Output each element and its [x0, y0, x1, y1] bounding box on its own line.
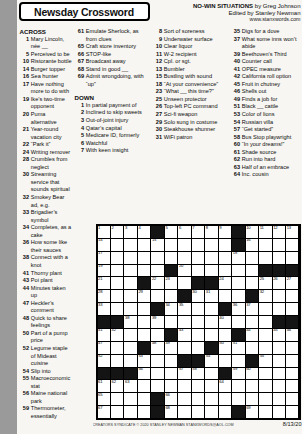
cell-number: 49	[165, 341, 169, 346]
cell-r1c1[interactable]: 1	[98, 226, 110, 238]
cell-r7c6[interactable]: 34	[165, 303, 177, 315]
cell-number: 38	[125, 316, 129, 321]
cell-r11c15[interactable]	[286, 355, 298, 367]
cell-r15c4[interactable]	[138, 406, 150, 418]
cell-r2c13[interactable]	[259, 239, 271, 251]
cell-r13c7[interactable]	[178, 380, 190, 392]
cell-r11c4[interactable]: 53	[138, 355, 150, 367]
cell-r14c2[interactable]	[111, 393, 123, 405]
cell-r15c2[interactable]	[111, 406, 123, 418]
cell-r4c1[interactable]: 19	[98, 265, 110, 277]
cell-r9c4[interactable]	[138, 329, 150, 341]
cell-number: 23	[165, 277, 169, 282]
cell-r2c4[interactable]	[138, 239, 150, 251]
clue-text: Cpl. or sgt.	[164, 58, 228, 66]
clue-text: Poi plant	[31, 277, 73, 285]
cell-r5c10[interactable]: 24	[219, 277, 231, 289]
clue-text: Bumbler	[164, 66, 228, 74]
cell-number: 9	[219, 226, 221, 231]
cell-r5c2[interactable]	[111, 277, 123, 289]
clue-across-19: 19Ike’s two-time opponent	[20, 96, 73, 111]
cell-r11c14[interactable]	[273, 355, 285, 367]
block-r4c15	[286, 265, 298, 277]
clue-number: 11	[153, 51, 164, 59]
clue-number: 22	[20, 141, 31, 149]
cell-r5c3[interactable]	[124, 277, 136, 289]
clue-text: Quick to share feelings	[31, 315, 73, 330]
clue-number: 58	[231, 134, 242, 142]
cell-number: 1	[98, 226, 100, 231]
cell-r1c10[interactable]: 9	[219, 226, 231, 238]
cell-r2c2[interactable]	[111, 239, 123, 251]
cell-r2c12[interactable]: 16	[246, 239, 258, 251]
cell-r3c5[interactable]	[151, 252, 163, 264]
cell-r3c1[interactable]: 17	[98, 252, 110, 264]
cell-r2c6[interactable]	[165, 239, 177, 251]
cell-r14c6[interactable]: 66	[165, 393, 177, 405]
clue-down-4: 4Qatar’s capital	[75, 125, 150, 133]
cell-r7c2[interactable]	[111, 303, 123, 315]
masthead: Newsday Crossword	[19, 2, 150, 21]
cell-r8c10[interactable]: 40	[219, 316, 231, 328]
cell-r3c6[interactable]	[165, 252, 177, 264]
cell-r10c8[interactable]	[192, 342, 204, 354]
cell-r14c14[interactable]	[273, 393, 285, 405]
cell-r13c13[interactable]	[259, 380, 271, 392]
clue-number: 69	[75, 73, 86, 88]
clue-number: 67	[75, 58, 86, 66]
cell-r6c9[interactable]: 31	[205, 290, 217, 302]
clue-number: 10	[20, 58, 31, 66]
clue-number: 19	[20, 96, 31, 111]
clue-number: 3	[75, 117, 86, 125]
block-r12c10	[219, 368, 231, 380]
cell-r5c13[interactable]: 25	[259, 277, 271, 289]
clue-number: 41	[20, 270, 31, 278]
cell-number: 64	[219, 380, 223, 385]
cell-r5c15[interactable]: 27	[286, 277, 298, 289]
cell-r13c15[interactable]	[286, 380, 298, 392]
cell-r9c5[interactable]	[151, 329, 163, 341]
clue-text: Crumbles from neglect	[31, 156, 73, 171]
cell-r13c11[interactable]	[232, 380, 244, 392]
cell-r9c2[interactable]: 42	[111, 329, 123, 341]
cell-r14c12[interactable]	[246, 393, 258, 405]
clue-text: Sort of soreness	[164, 28, 228, 36]
cell-r1c6[interactable]: 5	[165, 226, 177, 238]
cell-r1c13[interactable]: 11	[259, 226, 271, 238]
cell-r1c7[interactable]: 6	[178, 226, 190, 238]
cell-r8c3[interactable]: 38	[124, 316, 136, 328]
cell-number: 42	[112, 328, 116, 333]
cell-r3c11[interactable]: 18	[232, 252, 244, 264]
cell-r15c12[interactable]: 69	[246, 406, 258, 418]
clue-number: 59	[20, 405, 31, 420]
clue-text: Sci-fi weapon	[164, 111, 228, 119]
cell-r6c14[interactable]	[273, 290, 285, 302]
clue-text: “What __ this time?”	[164, 88, 228, 96]
clue-number: 30	[153, 126, 164, 134]
cell-r13c1[interactable]: 61	[98, 380, 110, 392]
block-r8c14	[273, 316, 285, 328]
cell-r9c3[interactable]	[124, 329, 136, 341]
cell-r2c1[interactable]: 14	[98, 239, 110, 251]
cell-number: 18	[233, 251, 237, 256]
cell-r6c10[interactable]	[219, 290, 231, 302]
cell-r5c11[interactable]	[232, 277, 244, 289]
block-r5c9	[205, 277, 217, 289]
clue-number: 26	[153, 103, 164, 111]
cell-number: 50	[219, 341, 223, 346]
cell-r12c7[interactable]: 57	[178, 368, 190, 380]
cell-r15c7[interactable]	[178, 406, 190, 418]
cell-r15c10[interactable]	[219, 406, 231, 418]
cell-r5c5[interactable]: 22	[151, 277, 163, 289]
cell-r3c9[interactable]	[205, 252, 217, 264]
cell-r14c11[interactable]	[232, 393, 244, 405]
cell-number: 8	[206, 226, 208, 231]
clue-text: Ristorante bottle	[31, 58, 73, 66]
clue-down-40: 40Counter call	[231, 58, 302, 66]
cell-r11c10[interactable]	[219, 355, 231, 367]
cell-r4c7[interactable]: 20	[178, 265, 190, 277]
cell-r10c5[interactable]: 48	[151, 342, 163, 354]
block-r11c8	[192, 355, 204, 367]
cell-r2c15[interactable]	[286, 239, 298, 251]
cell-r6c1[interactable]: 28	[98, 290, 110, 302]
clue-number: 68	[75, 66, 86, 74]
clue-column-4: 35Digs for a dove37What some inns won’t …	[231, 28, 302, 179]
cell-r11c3[interactable]	[124, 355, 136, 367]
clue-number: 41	[231, 66, 242, 74]
cell-r8c7[interactable]	[178, 316, 190, 328]
cell-number: 14	[98, 238, 102, 243]
clue-number: 18	[153, 81, 164, 89]
cell-r8c5[interactable]: 39	[151, 316, 163, 328]
cell-r5c7[interactable]	[178, 277, 190, 289]
clue-text: Unseen protector	[164, 96, 228, 104]
block-r9c6	[165, 329, 177, 341]
cell-r8c8[interactable]	[192, 316, 204, 328]
cell-r15c8[interactable]	[192, 406, 204, 418]
cell-number: 30	[192, 290, 196, 295]
cell-r13c4[interactable]	[138, 380, 150, 392]
clue-down-26: 26Top-left PC command	[153, 103, 228, 111]
cell-r12c12[interactable]: 60	[246, 368, 258, 380]
cell-number: 39	[152, 316, 156, 321]
clue-number: 2	[75, 109, 86, 117]
cell-r12c15[interactable]	[286, 368, 298, 380]
cell-r6c13[interactable]: 32	[259, 290, 271, 302]
cell-r13c6[interactable]	[165, 380, 177, 392]
cell-r8c12[interactable]	[246, 316, 258, 328]
cell-r3c13[interactable]	[259, 252, 271, 264]
cell-r12c14[interactable]	[273, 368, 285, 380]
cell-r2c7[interactable]	[178, 239, 190, 251]
cell-r4c10[interactable]	[219, 265, 231, 277]
cell-r15c1[interactable]: 67	[98, 406, 110, 418]
cell-r14c4[interactable]	[138, 393, 150, 405]
cell-r3c7[interactable]	[178, 252, 190, 264]
cell-r7c11[interactable]: 36	[232, 303, 244, 315]
cell-r12c5[interactable]	[151, 368, 163, 380]
cell-r7c12[interactable]: 37	[246, 303, 258, 315]
clue-down-11: 11W-2 recipient	[153, 51, 228, 59]
clue-text: Heckler’s comment	[31, 300, 73, 315]
clue-number: 61	[75, 28, 86, 43]
cell-r7c7[interactable]: 35	[178, 303, 190, 315]
clue-text: Fruit in chutney	[242, 81, 302, 89]
cell-number: 3	[125, 226, 127, 231]
cell-r13c5[interactable]	[151, 380, 163, 392]
clue-number: 53	[231, 111, 242, 119]
clue-across-34: 34Completes, as a cake	[20, 224, 73, 239]
cell-r8c13[interactable]	[259, 316, 271, 328]
cell-r6c11[interactable]	[232, 290, 244, 302]
cell-r12c9[interactable]	[205, 368, 217, 380]
clue-column-3: 8Sort of soreness9Underwater surface10Cl…	[153, 28, 228, 141]
block-r7c10	[219, 303, 231, 315]
cell-r7c8[interactable]	[192, 303, 204, 315]
cell-r2c10[interactable]	[219, 239, 231, 251]
cell-r7c14[interactable]	[273, 303, 285, 315]
cell-number: 33	[98, 303, 102, 308]
clue-number: 50	[20, 330, 31, 345]
clue-number: 43	[20, 277, 31, 285]
cell-r1c2[interactable]: 2	[111, 226, 123, 238]
cell-r11c2[interactable]	[111, 355, 123, 367]
cell-r11c13[interactable]: 55	[259, 355, 271, 367]
cell-r10c15[interactable]	[286, 342, 298, 354]
clue-across-36: 36How some like their sauces	[20, 239, 73, 254]
clue-across-16: 16Sea hunter	[20, 73, 73, 81]
cell-number: 19	[98, 264, 102, 269]
cell-r5c1[interactable]: 21	[98, 277, 110, 289]
cell-r8c9[interactable]	[205, 316, 217, 328]
cell-r10c1[interactable]: 47	[98, 342, 110, 354]
cell-r15c9[interactable]	[205, 406, 217, 418]
cell-r2c9[interactable]	[205, 239, 217, 251]
cell-r5c14[interactable]: 26	[273, 277, 285, 289]
cell-r13c2[interactable]: 62	[111, 380, 123, 392]
cell-r9c1[interactable]: 41	[98, 329, 110, 341]
cell-r12c13[interactable]	[259, 368, 271, 380]
cell-r1c15[interactable]: 13	[286, 226, 298, 238]
cell-r6c5[interactable]	[151, 290, 163, 302]
cell-r3c2[interactable]	[111, 252, 123, 264]
clue-number: 65	[75, 43, 86, 51]
cell-r2c3[interactable]	[124, 239, 136, 251]
clue-down-41: 41OPEC measure	[231, 66, 302, 74]
clue-across-59: 59Thermometer, essentially	[20, 405, 73, 420]
cell-r7c15[interactable]	[286, 303, 298, 315]
cell-r4c2[interactable]	[111, 265, 123, 277]
cell-r15c15[interactable]	[286, 406, 298, 418]
cell-r15c6[interactable]: 68	[165, 406, 177, 418]
cell-r7c13[interactable]	[259, 303, 271, 315]
cell-r8c6[interactable]	[165, 316, 177, 328]
cell-r3c8[interactable]	[192, 252, 204, 264]
cell-r12c11[interactable]: 59	[232, 368, 244, 380]
cell-r11c5[interactable]	[151, 355, 163, 367]
cell-r7c1[interactable]: 33	[98, 303, 110, 315]
cell-r10c13[interactable]	[259, 342, 271, 354]
clue-text: STOP-like	[86, 51, 150, 59]
block-r1c5	[151, 226, 163, 238]
cell-r3c14[interactable]	[273, 252, 285, 264]
cell-r6c3[interactable]	[124, 290, 136, 302]
cell-r5c12[interactable]	[246, 277, 258, 289]
cell-r10c12[interactable]	[246, 342, 258, 354]
cell-r5c6[interactable]: 23	[165, 277, 177, 289]
cell-r3c3[interactable]	[124, 252, 136, 264]
clue-across-24: 24Writing remover	[20, 149, 73, 157]
cell-r15c3[interactable]	[124, 406, 136, 418]
cell-r4c12[interactable]	[246, 265, 258, 277]
clue-text: Black __ cattle	[242, 103, 302, 111]
cell-r6c4[interactable]: 29	[138, 290, 150, 302]
clue-text: Counter call	[242, 58, 302, 66]
cell-r15c14[interactable]	[273, 406, 285, 418]
cell-r9c13[interactable]	[259, 329, 271, 341]
clue-down-49: 49Finds a job for	[231, 96, 302, 104]
cell-r7c4[interactable]	[138, 303, 150, 315]
cell-number: 6	[179, 226, 181, 231]
cell-r15c13[interactable]	[259, 406, 271, 418]
cell-r3c4[interactable]	[138, 252, 150, 264]
cell-r4c5[interactable]	[151, 265, 163, 277]
clue-text: Legume staple of Mideast cuisine	[31, 345, 73, 368]
cell-r9c14[interactable]: 45	[273, 329, 285, 341]
cell-r3c12[interactable]	[246, 252, 258, 264]
cell-r10c11[interactable]: 51	[232, 342, 244, 354]
cell-r9c15[interactable]: 46	[286, 329, 298, 341]
clue-across-33: 33Brigadier’s symbol	[20, 209, 73, 224]
down-heading: DOWN	[75, 94, 150, 102]
clue-across-20: 20Puma alternative	[20, 111, 73, 126]
cell-r2c8[interactable]	[192, 239, 204, 251]
cell-r6c2[interactable]	[111, 290, 123, 302]
cell-r1c12[interactable]: 10	[246, 226, 258, 238]
clue-number: 46	[231, 88, 242, 96]
clue-number: 10	[153, 43, 164, 51]
cell-r13c14[interactable]	[273, 380, 285, 392]
cell-r9c7[interactable]: 43	[178, 329, 190, 341]
cell-number: 56	[138, 367, 142, 372]
clue-text: Streaming service that sounds spiritual	[31, 171, 73, 194]
block-r1c11	[232, 226, 244, 238]
cell-r10c10[interactable]: 50	[219, 342, 231, 354]
cell-r10c3[interactable]	[124, 342, 136, 354]
cell-r13c10[interactable]: 64	[219, 380, 231, 392]
clue-text: Completes, as a cake	[31, 224, 73, 239]
cell-r3c15[interactable]	[286, 252, 298, 264]
cell-r11c11[interactable]	[232, 355, 244, 367]
cell-r1c4[interactable]: 4	[138, 226, 150, 238]
clue-across-56: 56Maine national park	[20, 390, 73, 405]
cell-r8c4[interactable]	[138, 316, 150, 328]
clue-number: 55	[20, 375, 31, 390]
cell-r13c9[interactable]	[205, 380, 217, 392]
cell-number: 20	[179, 264, 183, 269]
cell-r10c2[interactable]	[111, 342, 123, 354]
cell-r9c12[interactable]: 44	[246, 329, 258, 341]
cell-r1c9[interactable]: 8	[205, 226, 217, 238]
cell-r12c6[interactable]	[165, 368, 177, 380]
cell-r4c8[interactable]	[192, 265, 204, 277]
cell-r14c15[interactable]	[286, 393, 298, 405]
clue-text: Macroeconomic stat	[31, 375, 73, 390]
cell-r11c9[interactable]: 54	[205, 355, 217, 367]
cell-r6c6[interactable]	[165, 290, 177, 302]
cell-number: 2	[112, 226, 114, 231]
cell-r9c9[interactable]	[205, 329, 217, 341]
cell-number: 21	[98, 277, 102, 282]
clue-across-32: 32Smokey Bear ad, e.g.	[20, 194, 73, 209]
cell-r13c8[interactable]	[192, 380, 204, 392]
cell-r1c14[interactable]: 12	[273, 226, 285, 238]
cell-r13c12[interactable]	[246, 380, 258, 392]
cell-r4c4[interactable]	[138, 265, 150, 277]
block-r4c6	[165, 265, 177, 277]
block-r11c12	[246, 355, 258, 367]
cell-r10c14[interactable]	[273, 342, 285, 354]
cell-r14c13[interactable]	[259, 393, 271, 405]
cell-r14c3[interactable]	[124, 393, 136, 405]
cell-number: 4	[138, 226, 140, 231]
clue-down-3: 3Out-of-joint injury	[75, 117, 150, 125]
cell-r7c3[interactable]	[124, 303, 136, 315]
cell-r9c10[interactable]	[219, 329, 231, 341]
cell-r8c11[interactable]	[232, 316, 244, 328]
cell-r11c1[interactable]: 52	[98, 355, 110, 367]
cell-r12c8[interactable]: 58	[192, 368, 204, 380]
cell-r3c10[interactable]	[219, 252, 231, 264]
block-r6c12	[246, 290, 258, 302]
cell-r4c9[interactable]	[205, 265, 217, 277]
cell-r10c7[interactable]	[178, 342, 190, 354]
clue-down-2: 2Inclined to skip sweets	[75, 109, 150, 117]
cell-r14c8[interactable]	[192, 393, 204, 405]
cell-r12c4[interactable]: 56	[138, 368, 150, 380]
cell-r4c11[interactable]	[232, 265, 244, 277]
cell-r14c1[interactable]: 65	[98, 393, 110, 405]
clue-across-52: 52Legume staple of Mideast cuisine	[20, 345, 73, 368]
cell-r11c6[interactable]	[165, 355, 177, 367]
block-r8c15	[286, 316, 298, 328]
cell-r1c3[interactable]: 3	[124, 226, 136, 238]
cell-r6c15[interactable]	[286, 290, 298, 302]
clue-down-54: 54Russian villa	[231, 119, 302, 127]
cell-r2c5[interactable]: 15	[151, 239, 163, 251]
cell-r2c14[interactable]	[273, 239, 285, 251]
cell-r1c8[interactable]: 7	[192, 226, 204, 238]
crossword-grid: 1234567891011121314151617181920212223242…	[96, 224, 301, 420]
cell-r13c3[interactable]: 63	[124, 380, 136, 392]
masthead-label: Newsday Crossword	[34, 6, 134, 18]
cell-r7c9[interactable]	[205, 303, 217, 315]
clue-number: 37	[231, 36, 242, 51]
cell-r10c6[interactable]: 49	[165, 342, 177, 354]
cell-r9c8[interactable]	[192, 329, 204, 341]
cell-number: 58	[192, 367, 196, 372]
clue-number: 4	[75, 125, 86, 133]
cell-r14c10[interactable]	[219, 393, 231, 405]
cell-r14c9[interactable]	[205, 393, 217, 405]
cell-r4c3[interactable]	[124, 265, 136, 277]
cell-r6c8[interactable]: 30	[192, 290, 204, 302]
cell-r14c7[interactable]	[178, 393, 190, 405]
